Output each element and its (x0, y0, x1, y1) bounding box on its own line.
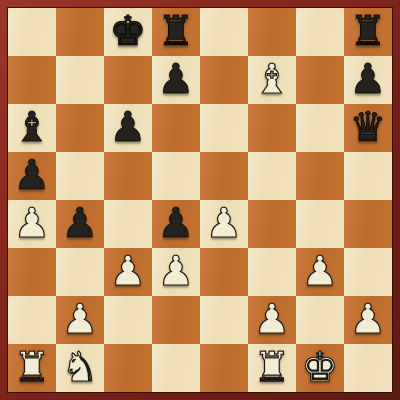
square-e3[interactable] (200, 248, 248, 296)
square-f1[interactable]: ♜ (248, 344, 296, 392)
square-c1[interactable] (104, 344, 152, 392)
square-g1[interactable]: ♚ (296, 344, 344, 392)
piece-black-bishop: ♝ (14, 104, 51, 151)
square-e8[interactable] (200, 8, 248, 56)
square-a2[interactable] (8, 296, 56, 344)
square-c7[interactable] (104, 56, 152, 104)
piece-white-pawn: ♟ (110, 248, 147, 295)
piece-white-bishop: ♝ (254, 56, 291, 103)
square-h3[interactable] (344, 248, 392, 296)
square-h4[interactable] (344, 200, 392, 248)
square-b1[interactable]: ♞ (56, 344, 104, 392)
square-e5[interactable] (200, 152, 248, 200)
piece-white-rook: ♜ (14, 344, 51, 391)
square-g3[interactable]: ♟ (296, 248, 344, 296)
piece-black-pawn: ♟ (62, 200, 99, 247)
square-f5[interactable] (248, 152, 296, 200)
square-e6[interactable] (200, 104, 248, 152)
square-d1[interactable] (152, 344, 200, 392)
square-b2[interactable]: ♟ (56, 296, 104, 344)
square-h6[interactable]: ♛ (344, 104, 392, 152)
square-g2[interactable] (296, 296, 344, 344)
square-c4[interactable] (104, 200, 152, 248)
square-e1[interactable] (200, 344, 248, 392)
square-d3[interactable]: ♟ (152, 248, 200, 296)
square-g6[interactable] (296, 104, 344, 152)
square-h5[interactable] (344, 152, 392, 200)
square-h1[interactable] (344, 344, 392, 392)
square-b3[interactable] (56, 248, 104, 296)
square-f7[interactable]: ♝ (248, 56, 296, 104)
piece-white-pawn: ♟ (302, 248, 339, 295)
square-a7[interactable] (8, 56, 56, 104)
square-b5[interactable] (56, 152, 104, 200)
piece-black-pawn: ♟ (350, 56, 387, 103)
piece-white-pawn: ♟ (254, 296, 291, 343)
piece-black-pawn: ♟ (158, 56, 195, 103)
piece-black-rook: ♜ (350, 8, 387, 55)
square-h2[interactable]: ♟ (344, 296, 392, 344)
square-d5[interactable] (152, 152, 200, 200)
square-f8[interactable] (248, 8, 296, 56)
square-d4[interactable]: ♟ (152, 200, 200, 248)
piece-white-pawn: ♟ (158, 248, 195, 295)
square-e2[interactable] (200, 296, 248, 344)
square-c3[interactable]: ♟ (104, 248, 152, 296)
chess-board: ♚♜♜♟♝♟♝♟♛♟♟♟♟♟♟♟♟♟♟♟♜♞♜♚ (8, 8, 392, 392)
square-g5[interactable] (296, 152, 344, 200)
square-a5[interactable]: ♟ (8, 152, 56, 200)
piece-white-king: ♚ (302, 344, 339, 391)
square-b8[interactable] (56, 8, 104, 56)
square-c6[interactable]: ♟ (104, 104, 152, 152)
square-c2[interactable] (104, 296, 152, 344)
square-d6[interactable] (152, 104, 200, 152)
square-d8[interactable]: ♜ (152, 8, 200, 56)
square-e7[interactable] (200, 56, 248, 104)
piece-white-pawn: ♟ (62, 296, 99, 343)
piece-black-queen: ♛ (350, 104, 387, 151)
piece-white-pawn: ♟ (350, 296, 387, 343)
square-a1[interactable]: ♜ (8, 344, 56, 392)
piece-white-knight: ♞ (62, 344, 99, 391)
square-e4[interactable]: ♟ (200, 200, 248, 248)
chess-board-frame: ♚♜♜♟♝♟♝♟♛♟♟♟♟♟♟♟♟♟♟♟♜♞♜♚ (0, 0, 400, 400)
square-d2[interactable] (152, 296, 200, 344)
square-d7[interactable]: ♟ (152, 56, 200, 104)
piece-black-pawn: ♟ (110, 104, 147, 151)
square-g4[interactable] (296, 200, 344, 248)
square-a8[interactable] (8, 8, 56, 56)
square-a3[interactable] (8, 248, 56, 296)
square-c5[interactable] (104, 152, 152, 200)
square-f3[interactable] (248, 248, 296, 296)
piece-black-pawn: ♟ (158, 200, 195, 247)
square-g7[interactable] (296, 56, 344, 104)
square-f2[interactable]: ♟ (248, 296, 296, 344)
square-f4[interactable] (248, 200, 296, 248)
square-h8[interactable]: ♜ (344, 8, 392, 56)
square-f6[interactable] (248, 104, 296, 152)
square-a6[interactable]: ♝ (8, 104, 56, 152)
square-g8[interactable] (296, 8, 344, 56)
piece-white-pawn: ♟ (206, 200, 243, 247)
square-b7[interactable] (56, 56, 104, 104)
square-h7[interactable]: ♟ (344, 56, 392, 104)
square-b4[interactable]: ♟ (56, 200, 104, 248)
piece-black-king: ♚ (110, 8, 147, 55)
square-a4[interactable]: ♟ (8, 200, 56, 248)
square-c8[interactable]: ♚ (104, 8, 152, 56)
square-b6[interactable] (56, 104, 104, 152)
piece-white-rook: ♜ (254, 344, 291, 391)
piece-black-rook: ♜ (158, 8, 195, 55)
piece-black-pawn: ♟ (14, 152, 51, 199)
piece-white-pawn: ♟ (14, 200, 51, 247)
